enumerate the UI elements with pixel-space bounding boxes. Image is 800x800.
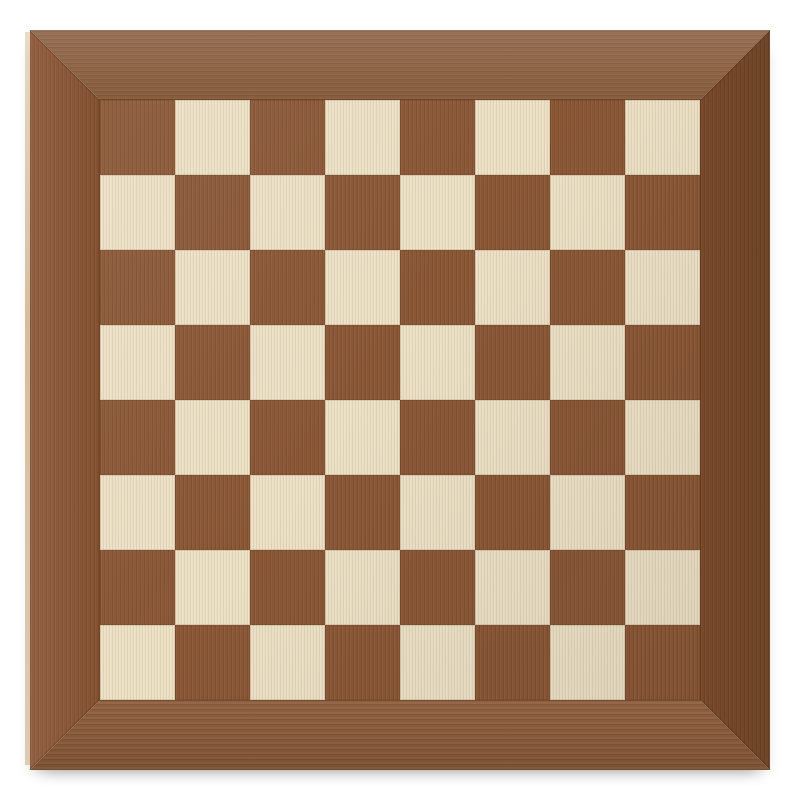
- square-r6c1[interactable]: [100, 475, 175, 550]
- square-r2c7[interactable]: [550, 175, 625, 250]
- square-r4c1[interactable]: [100, 325, 175, 400]
- square-r8c7[interactable]: [550, 625, 625, 700]
- photo-background: [0, 0, 800, 800]
- square-r7c6[interactable]: [475, 550, 550, 625]
- square-r4c3[interactable]: [250, 325, 325, 400]
- square-r2c3[interactable]: [250, 175, 325, 250]
- square-r3c8[interactable]: [625, 250, 700, 325]
- board-frame-right: [700, 30, 770, 770]
- square-r1c6[interactable]: [475, 100, 550, 175]
- square-r6c2[interactable]: [175, 475, 250, 550]
- board-frame-top: [30, 30, 770, 100]
- square-r5c1[interactable]: [100, 400, 175, 475]
- square-r8c4[interactable]: [325, 625, 400, 700]
- square-r3c1[interactable]: [100, 250, 175, 325]
- square-r8c6[interactable]: [475, 625, 550, 700]
- square-r5c8[interactable]: [625, 400, 700, 475]
- square-r2c2[interactable]: [175, 175, 250, 250]
- square-r2c1[interactable]: [100, 175, 175, 250]
- chess-board: [30, 30, 770, 770]
- square-r1c4[interactable]: [325, 100, 400, 175]
- square-r2c6[interactable]: [475, 175, 550, 250]
- square-r6c3[interactable]: [250, 475, 325, 550]
- square-r8c1[interactable]: [100, 625, 175, 700]
- square-r1c8[interactable]: [625, 100, 700, 175]
- square-r4c2[interactable]: [175, 325, 250, 400]
- square-r1c2[interactable]: [175, 100, 250, 175]
- square-r4c7[interactable]: [550, 325, 625, 400]
- square-r6c6[interactable]: [475, 475, 550, 550]
- square-r4c8[interactable]: [625, 325, 700, 400]
- square-r2c4[interactable]: [325, 175, 400, 250]
- square-r5c7[interactable]: [550, 400, 625, 475]
- square-r2c5[interactable]: [400, 175, 475, 250]
- square-r2c8[interactable]: [625, 175, 700, 250]
- square-r7c3[interactable]: [250, 550, 325, 625]
- square-r7c5[interactable]: [400, 550, 475, 625]
- square-r5c4[interactable]: [325, 400, 400, 475]
- square-r6c5[interactable]: [400, 475, 475, 550]
- square-r8c2[interactable]: [175, 625, 250, 700]
- square-r6c4[interactable]: [325, 475, 400, 550]
- square-r5c6[interactable]: [475, 400, 550, 475]
- board-frame-left: [30, 30, 100, 770]
- square-r1c3[interactable]: [250, 100, 325, 175]
- square-r5c5[interactable]: [400, 400, 475, 475]
- square-r1c5[interactable]: [400, 100, 475, 175]
- square-r5c3[interactable]: [250, 400, 325, 475]
- square-r7c2[interactable]: [175, 550, 250, 625]
- square-r3c3[interactable]: [250, 250, 325, 325]
- square-r1c7[interactable]: [550, 100, 625, 175]
- square-r5c2[interactable]: [175, 400, 250, 475]
- square-r3c7[interactable]: [550, 250, 625, 325]
- square-r3c2[interactable]: [175, 250, 250, 325]
- square-r8c5[interactable]: [400, 625, 475, 700]
- square-r7c7[interactable]: [550, 550, 625, 625]
- square-r1c1[interactable]: [100, 100, 175, 175]
- square-r4c6[interactable]: [475, 325, 550, 400]
- square-r3c4[interactable]: [325, 250, 400, 325]
- playing-area: [100, 100, 700, 700]
- square-r7c4[interactable]: [325, 550, 400, 625]
- square-r4c4[interactable]: [325, 325, 400, 400]
- square-r6c8[interactable]: [625, 475, 700, 550]
- square-r4c5[interactable]: [400, 325, 475, 400]
- square-r6c7[interactable]: [550, 475, 625, 550]
- square-r8c8[interactable]: [625, 625, 700, 700]
- board-frame-bottom: [30, 700, 770, 770]
- square-r8c3[interactable]: [250, 625, 325, 700]
- square-r3c6[interactable]: [475, 250, 550, 325]
- square-r7c8[interactable]: [625, 550, 700, 625]
- square-r7c1[interactable]: [100, 550, 175, 625]
- square-r3c5[interactable]: [400, 250, 475, 325]
